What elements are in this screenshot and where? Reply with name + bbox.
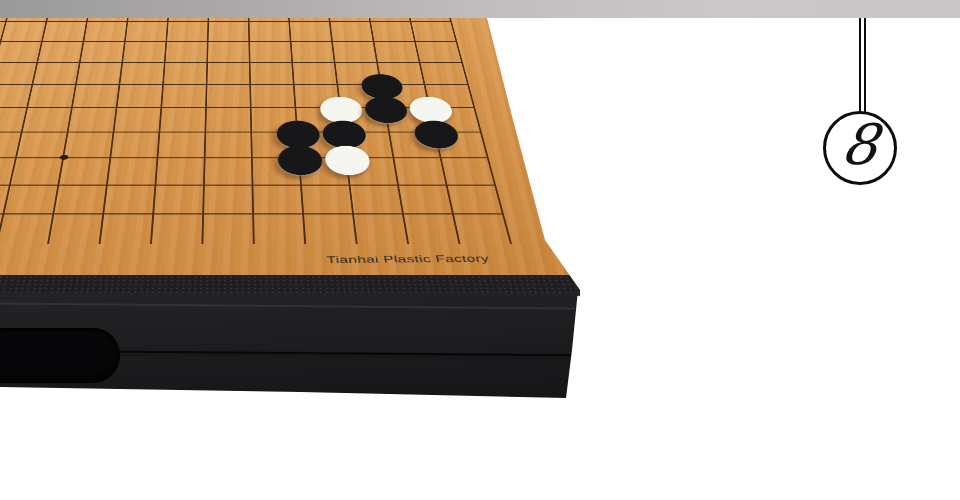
go-stone-black: ● xyxy=(361,93,411,121)
product-photo-go-board: ●●●●●●●●● Tianhai Plastic Factory 8 xyxy=(0,0,960,500)
top-gradient-band xyxy=(0,0,960,18)
brand-label: Tianhai Plastic Factory xyxy=(301,253,515,266)
case-rim-bottom xyxy=(0,275,605,296)
go-stone-black: ● xyxy=(410,117,462,147)
case-silhouette-clip: ●●●●●●●●● Tianhai Plastic Factory xyxy=(0,18,960,500)
go-stone-white: ● xyxy=(322,142,373,173)
go-board-grid: ●●●●●●●●● xyxy=(0,18,512,244)
go-stone-black: ● xyxy=(276,142,325,173)
photo-area: ●●●●●●●●● Tianhai Plastic Factory xyxy=(0,18,960,500)
pointer-line xyxy=(859,18,866,113)
go-board-top-face: ●●●●●●●●● Tianhai Plastic Factory xyxy=(0,18,605,296)
step-number: 8 xyxy=(838,117,882,173)
step-marker: 8 xyxy=(823,111,897,185)
star-point-hoshi xyxy=(59,155,69,160)
case-latch-recess xyxy=(0,328,120,383)
go-board-wood-surface: ●●●●●●●●● Tianhai Plastic Factory xyxy=(0,18,574,277)
case-top-ridge xyxy=(0,302,575,309)
